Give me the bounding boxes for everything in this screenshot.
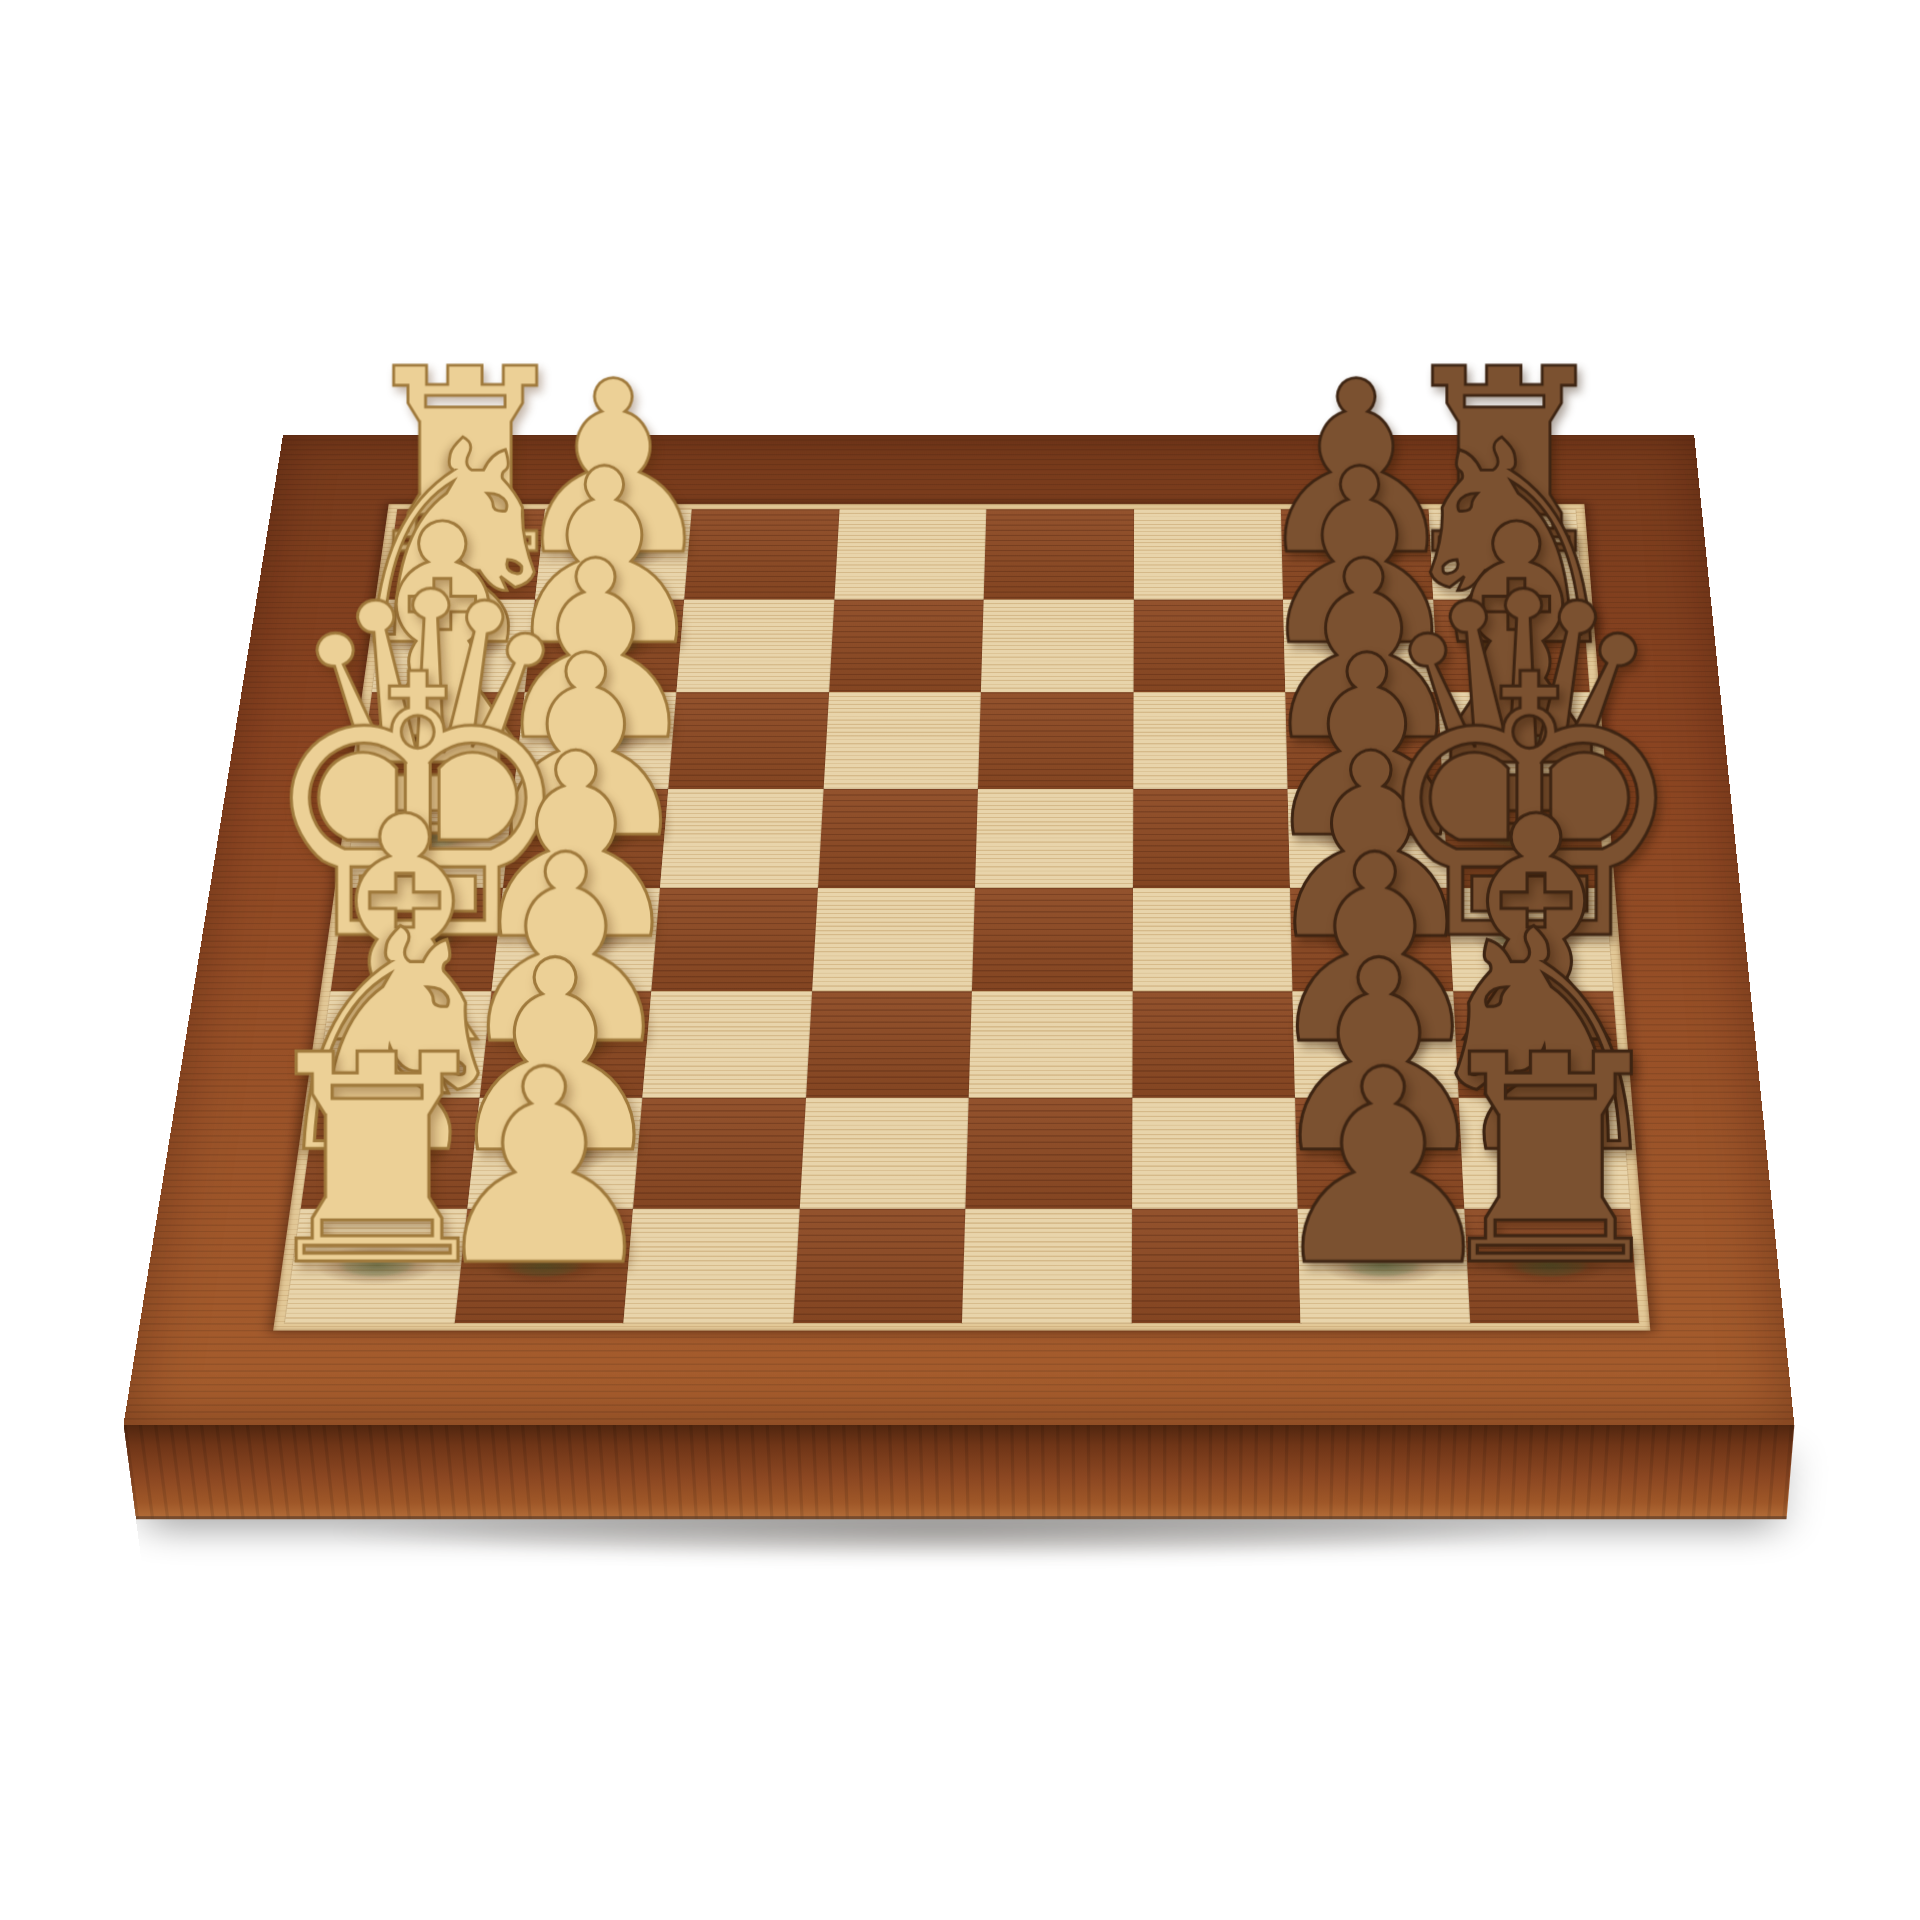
square-b4[interactable] [829,599,984,692]
chess-set-photo: ♜♟♟♜♞♟♟♞♝♟♟♝♛♟♟♛♚♟♟♚♝♟♟♝♞♟♟♞♜♟♟♜ [0,0,1920,1920]
square-g5[interactable] [965,1098,1131,1209]
piece-glyph: ♜ [1311,1018,1790,1305]
piece-glyph: ♟ [305,1035,784,1303]
square-a4[interactable] [834,509,986,599]
perspective-stage: ♜♟♟♜♞♟♟♞♝♟♟♝♛♟♟♛♚♟♟♚♝♟♟♝♞♟♟♞♜♟♟♜ [0,0,1920,1920]
square-d5[interactable] [975,788,1133,888]
square-e4[interactable] [812,888,975,991]
square-f5[interactable] [969,991,1132,1098]
square-f4[interactable] [806,991,972,1098]
board-field: ♜♟♟♜♞♟♟♞♝♟♟♝♛♟♟♛♚♟♟♚♝♟♟♝♞♟♟♞♜♟♟♜ [273,504,1650,1331]
square-g4[interactable] [799,1098,968,1209]
chess-board: ♜♟♟♜♞♟♟♞♝♟♟♝♛♟♟♛♚♟♟♚♝♟♟♝♞♟♟♞♜♟♟♜ [123,435,1794,1426]
square-a5[interactable] [984,509,1134,599]
square-h5[interactable] [962,1208,1132,1323]
board-side-face [123,1425,1794,1519]
square-c5[interactable] [978,692,1133,788]
square-c4[interactable] [823,692,981,788]
square-e5[interactable] [972,888,1133,991]
square-h8[interactable]: ♜ [1464,1208,1639,1323]
square-h2[interactable]: ♟ [454,1208,633,1323]
board-frame: ♜♟♟♜♞♟♟♞♝♟♟♝♛♟♟♛♚♟♟♚♝♟♟♝♞♟♟♞♜♟♟♜ [123,435,1794,1426]
board-grid: ♜♟♟♜♞♟♟♞♝♟♟♝♛♟♟♛♚♟♟♚♝♟♟♝♞♟♟♞♜♟♟♜ [285,509,1639,1323]
square-d4[interactable] [818,788,978,888]
square-h4[interactable] [793,1208,966,1323]
square-b5[interactable] [981,599,1133,692]
